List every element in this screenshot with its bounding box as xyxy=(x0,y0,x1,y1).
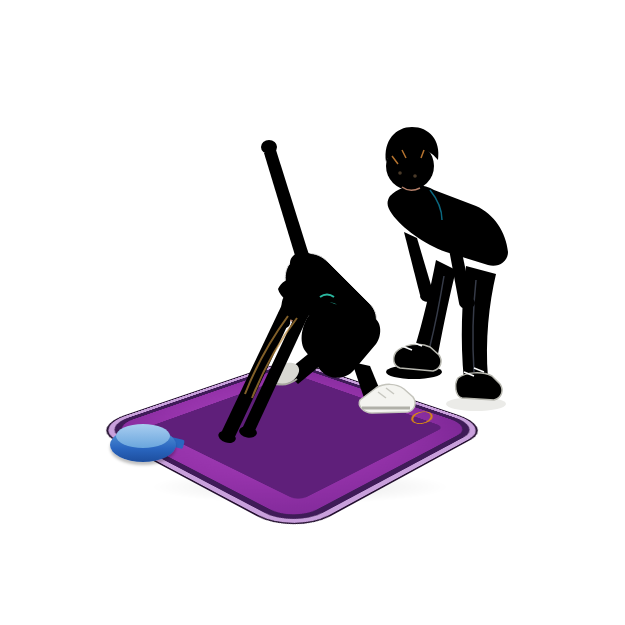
mat-scene xyxy=(0,0,625,625)
sound-controller xyxy=(110,424,178,464)
controller-top xyxy=(116,424,170,448)
product-photo xyxy=(0,0,625,625)
